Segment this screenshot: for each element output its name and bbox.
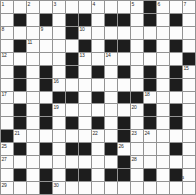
black-cell bbox=[131, 92, 143, 104]
white-cell[interactable] bbox=[27, 156, 39, 168]
white-cell[interactable] bbox=[40, 156, 52, 168]
black-cell bbox=[53, 92, 65, 104]
black-cell bbox=[40, 79, 52, 91]
white-cell[interactable] bbox=[14, 53, 26, 65]
white-cell[interactable] bbox=[105, 27, 117, 39]
white-cell[interactable] bbox=[40, 40, 52, 52]
white-cell[interactable] bbox=[53, 143, 65, 155]
white-cell[interactable] bbox=[170, 53, 182, 65]
white-cell[interactable]: 15 bbox=[183, 66, 195, 78]
white-cell[interactable]: 10 bbox=[79, 27, 91, 39]
black-cell bbox=[170, 40, 182, 52]
clue-number: 7 bbox=[184, 2, 186, 7]
white-cell[interactable]: 27 bbox=[1, 156, 13, 168]
white-cell[interactable]: 26 bbox=[118, 143, 130, 155]
white-cell[interactable] bbox=[40, 1, 52, 13]
white-cell[interactable] bbox=[53, 66, 65, 78]
clue-number: 23 bbox=[132, 131, 137, 136]
crossword-grid: 1234567891011121314151617181920212223242… bbox=[0, 0, 196, 195]
white-cell[interactable] bbox=[118, 104, 130, 116]
white-cell[interactable] bbox=[1, 104, 13, 116]
black-cell bbox=[14, 117, 26, 129]
black-cell bbox=[14, 14, 26, 26]
white-cell[interactable]: 6 bbox=[157, 1, 169, 13]
white-cell[interactable] bbox=[53, 169, 65, 181]
white-cell[interactable] bbox=[170, 27, 182, 39]
clue-number: 26 bbox=[119, 144, 124, 149]
white-cell[interactable] bbox=[27, 169, 39, 181]
white-cell[interactable]: 28 bbox=[131, 156, 143, 168]
white-cell[interactable] bbox=[131, 40, 143, 52]
white-cell[interactable] bbox=[157, 143, 169, 155]
white-cell[interactable] bbox=[170, 1, 182, 13]
white-cell[interactable] bbox=[183, 27, 195, 39]
white-cell[interactable]: 8 bbox=[1, 27, 13, 39]
black-cell bbox=[40, 143, 52, 155]
white-cell[interactable] bbox=[131, 169, 143, 181]
white-cell[interactable] bbox=[183, 169, 195, 181]
clue-number: 8 bbox=[2, 27, 4, 32]
white-cell[interactable] bbox=[157, 79, 169, 91]
white-cell[interactable]: 14 bbox=[105, 53, 117, 65]
black-cell bbox=[1, 130, 13, 142]
white-cell[interactable] bbox=[66, 104, 78, 116]
black-cell bbox=[66, 92, 78, 104]
crossword-page: 1234567891011121314151617181920212223242… bbox=[0, 0, 196, 195]
white-cell[interactable] bbox=[183, 104, 195, 116]
white-cell[interactable] bbox=[79, 1, 91, 13]
white-cell[interactable]: 23 bbox=[131, 130, 143, 142]
white-cell[interactable] bbox=[183, 143, 195, 155]
clue-number: 13 bbox=[80, 53, 85, 58]
white-cell[interactable] bbox=[131, 14, 143, 26]
white-cell[interactable] bbox=[14, 156, 26, 168]
black-cell bbox=[66, 169, 78, 181]
white-cell[interactable] bbox=[157, 169, 169, 181]
white-cell[interactable]: 25 bbox=[1, 143, 13, 155]
clue-number: 22 bbox=[93, 131, 98, 136]
black-cell bbox=[183, 53, 195, 65]
white-cell[interactable] bbox=[1, 40, 13, 52]
black-cell bbox=[14, 143, 26, 155]
white-cell[interactable] bbox=[144, 182, 156, 194]
white-cell[interactable] bbox=[157, 40, 169, 52]
black-cell bbox=[118, 92, 130, 104]
white-cell[interactable] bbox=[170, 182, 182, 194]
clue-number: 16 bbox=[54, 79, 59, 84]
white-cell[interactable]: 18 bbox=[144, 92, 156, 104]
white-cell[interactable] bbox=[157, 130, 169, 142]
black-cell bbox=[144, 169, 156, 181]
white-cell[interactable] bbox=[79, 92, 91, 104]
white-cell[interactable] bbox=[40, 130, 52, 142]
clue-number: 6 bbox=[158, 2, 160, 7]
white-cell[interactable]: 30 bbox=[53, 182, 65, 194]
white-cell[interactable] bbox=[131, 53, 143, 65]
white-cell[interactable] bbox=[66, 79, 78, 91]
white-cell[interactable] bbox=[131, 79, 143, 91]
black-cell bbox=[66, 14, 78, 26]
white-cell[interactable] bbox=[79, 156, 91, 168]
black-cell bbox=[79, 169, 91, 181]
white-cell[interactable] bbox=[92, 40, 104, 52]
white-cell[interactable]: 11 bbox=[27, 40, 39, 52]
clue-number: 11 bbox=[28, 40, 33, 45]
white-cell[interactable] bbox=[53, 130, 65, 142]
white-cell[interactable] bbox=[157, 14, 169, 26]
clue-number: 1 bbox=[2, 2, 4, 7]
clue-number: 12 bbox=[2, 53, 7, 58]
clue-number: 4 bbox=[93, 2, 95, 7]
black-cell bbox=[79, 40, 91, 52]
white-cell[interactable] bbox=[183, 117, 195, 129]
black-cell bbox=[92, 117, 104, 129]
white-cell[interactable] bbox=[118, 79, 130, 91]
white-cell[interactable] bbox=[79, 182, 91, 194]
white-cell[interactable] bbox=[157, 117, 169, 129]
black-cell bbox=[66, 66, 78, 78]
black-cell bbox=[66, 53, 78, 65]
white-cell[interactable]: 20 bbox=[131, 104, 143, 116]
white-cell[interactable] bbox=[27, 143, 39, 155]
clue-number: 18 bbox=[145, 92, 150, 97]
black-cell bbox=[14, 169, 26, 181]
clue-number: 10 bbox=[80, 27, 85, 32]
black-cell bbox=[14, 104, 26, 116]
white-cell[interactable] bbox=[144, 53, 156, 65]
white-cell[interactable] bbox=[157, 182, 169, 194]
white-cell[interactable] bbox=[92, 182, 104, 194]
black-cell bbox=[170, 14, 182, 26]
clue-number: 9 bbox=[41, 27, 43, 32]
black-cell bbox=[170, 79, 182, 91]
white-cell[interactable] bbox=[27, 117, 39, 129]
white-cell[interactable] bbox=[105, 182, 117, 194]
white-cell[interactable] bbox=[1, 66, 13, 78]
black-cell bbox=[66, 117, 78, 129]
white-cell[interactable] bbox=[14, 1, 26, 13]
white-cell[interactable] bbox=[183, 130, 195, 142]
white-cell[interactable] bbox=[105, 79, 117, 91]
white-cell[interactable]: 29 bbox=[1, 182, 13, 194]
white-cell[interactable] bbox=[92, 14, 104, 26]
white-cell[interactable] bbox=[105, 156, 117, 168]
white-cell[interactable] bbox=[27, 130, 39, 142]
white-cell[interactable] bbox=[79, 66, 91, 78]
white-cell[interactable] bbox=[131, 117, 143, 129]
white-cell[interactable] bbox=[170, 130, 182, 142]
white-cell[interactable] bbox=[157, 27, 169, 39]
white-cell[interactable] bbox=[118, 53, 130, 65]
white-cell[interactable] bbox=[27, 104, 39, 116]
clue-number: 29 bbox=[2, 183, 7, 188]
white-cell[interactable] bbox=[157, 66, 169, 78]
clue-number: 14 bbox=[106, 53, 111, 58]
corner-watermark: a bbox=[181, 174, 184, 181]
white-cell[interactable] bbox=[105, 130, 117, 142]
white-cell[interactable]: 9 bbox=[40, 27, 52, 39]
clue-number: 5 bbox=[132, 2, 134, 7]
white-cell[interactable]: 1 bbox=[1, 1, 13, 13]
clue-number: 27 bbox=[2, 157, 7, 162]
white-cell[interactable] bbox=[105, 1, 117, 13]
white-cell[interactable] bbox=[27, 14, 39, 26]
white-cell[interactable] bbox=[131, 182, 143, 194]
white-cell[interactable]: 3 bbox=[53, 1, 65, 13]
clue-number: 3 bbox=[54, 2, 56, 7]
white-cell[interactable] bbox=[157, 156, 169, 168]
white-cell[interactable] bbox=[183, 14, 195, 26]
white-cell[interactable]: 21 bbox=[14, 130, 26, 142]
white-cell[interactable]: 4 bbox=[92, 1, 104, 13]
clue-number: 19 bbox=[54, 105, 59, 110]
white-cell[interactable] bbox=[66, 1, 78, 13]
white-cell[interactable] bbox=[53, 117, 65, 129]
black-cell bbox=[118, 40, 130, 52]
black-cell bbox=[118, 66, 130, 78]
white-cell[interactable] bbox=[27, 66, 39, 78]
white-cell[interactable] bbox=[1, 117, 13, 129]
white-cell[interactable] bbox=[131, 27, 143, 39]
black-cell bbox=[144, 1, 156, 13]
white-cell[interactable]: 5 bbox=[131, 1, 143, 13]
black-cell bbox=[105, 169, 117, 181]
white-cell[interactable] bbox=[183, 92, 195, 104]
white-cell[interactable] bbox=[53, 53, 65, 65]
black-cell bbox=[118, 14, 130, 26]
clue-number: 28 bbox=[132, 157, 137, 162]
white-cell[interactable] bbox=[131, 66, 143, 78]
black-cell bbox=[40, 14, 52, 26]
white-cell[interactable] bbox=[157, 53, 169, 65]
white-cell[interactable] bbox=[131, 143, 143, 155]
black-cell bbox=[118, 156, 130, 168]
white-cell[interactable]: 22 bbox=[92, 130, 104, 142]
white-cell[interactable] bbox=[66, 182, 78, 194]
clue-number: 30 bbox=[54, 183, 59, 188]
white-cell[interactable] bbox=[183, 40, 195, 52]
black-cell bbox=[118, 117, 130, 129]
black-cell bbox=[144, 66, 156, 78]
white-cell[interactable]: 2 bbox=[27, 1, 39, 13]
clue-number: 21 bbox=[15, 131, 20, 136]
black-cell bbox=[144, 79, 156, 91]
clue-number: 2 bbox=[28, 2, 30, 7]
white-cell[interactable] bbox=[27, 53, 39, 65]
white-cell[interactable] bbox=[118, 1, 130, 13]
black-cell bbox=[170, 117, 182, 129]
white-cell[interactable] bbox=[105, 117, 117, 129]
white-cell[interactable] bbox=[183, 79, 195, 91]
black-cell bbox=[105, 14, 117, 26]
white-cell[interactable] bbox=[27, 92, 39, 104]
white-cell[interactable] bbox=[144, 143, 156, 155]
white-cell[interactable] bbox=[1, 169, 13, 181]
black-cell bbox=[144, 117, 156, 129]
white-cell[interactable]: 13 bbox=[79, 53, 91, 65]
black-cell bbox=[66, 143, 78, 155]
white-cell[interactable] bbox=[105, 66, 117, 78]
black-cell bbox=[40, 182, 52, 194]
white-cell[interactable] bbox=[79, 130, 91, 142]
black-cell bbox=[105, 40, 117, 52]
black-cell bbox=[40, 66, 52, 78]
white-cell[interactable] bbox=[66, 40, 78, 52]
white-cell[interactable] bbox=[53, 27, 65, 39]
white-cell[interactable] bbox=[144, 27, 156, 39]
white-cell[interactable] bbox=[14, 182, 26, 194]
white-cell[interactable] bbox=[27, 27, 39, 39]
black-cell bbox=[92, 92, 104, 104]
white-cell[interactable] bbox=[92, 143, 104, 155]
black-cell bbox=[14, 79, 26, 91]
black-cell bbox=[79, 143, 91, 155]
clue-number: 24 bbox=[145, 131, 150, 136]
black-cell bbox=[105, 143, 117, 155]
white-cell[interactable] bbox=[92, 156, 104, 168]
white-cell[interactable] bbox=[66, 156, 78, 168]
white-cell[interactable] bbox=[157, 92, 169, 104]
white-cell[interactable] bbox=[79, 104, 91, 116]
white-cell[interactable] bbox=[14, 92, 26, 104]
black-cell bbox=[144, 14, 156, 26]
white-cell[interactable] bbox=[92, 169, 104, 181]
black-cell bbox=[118, 130, 130, 142]
white-cell[interactable] bbox=[183, 156, 195, 168]
black-cell bbox=[170, 104, 182, 116]
white-cell[interactable]: 16 bbox=[53, 79, 65, 91]
white-cell[interactable]: 19 bbox=[53, 104, 65, 116]
white-cell[interactable] bbox=[27, 182, 39, 194]
black-cell bbox=[144, 104, 156, 116]
black-cell bbox=[79, 14, 91, 26]
clue-number: 17 bbox=[2, 92, 7, 97]
black-cell bbox=[66, 27, 78, 39]
black-cell bbox=[40, 104, 52, 116]
white-cell[interactable] bbox=[53, 14, 65, 26]
black-cell bbox=[14, 40, 26, 52]
black-cell bbox=[144, 40, 156, 52]
white-cell[interactable] bbox=[118, 27, 130, 39]
white-cell[interactable] bbox=[66, 130, 78, 142]
black-cell bbox=[170, 66, 182, 78]
white-cell[interactable]: 12 bbox=[1, 53, 13, 65]
white-cell[interactable] bbox=[92, 53, 104, 65]
white-cell[interactable] bbox=[27, 79, 39, 91]
white-cell[interactable] bbox=[157, 104, 169, 116]
white-cell[interactable] bbox=[1, 79, 13, 91]
white-cell[interactable]: 17 bbox=[1, 92, 13, 104]
black-cell bbox=[92, 66, 104, 78]
black-cell bbox=[170, 143, 182, 155]
white-cell[interactable] bbox=[1, 14, 13, 26]
white-cell[interactable]: 7 bbox=[183, 1, 195, 13]
white-cell[interactable] bbox=[40, 53, 52, 65]
white-cell[interactable] bbox=[183, 182, 195, 194]
white-cell[interactable] bbox=[53, 40, 65, 52]
white-cell[interactable] bbox=[14, 27, 26, 39]
clue-number: 15 bbox=[184, 66, 189, 71]
white-cell[interactable] bbox=[79, 117, 91, 129]
white-cell[interactable] bbox=[40, 92, 52, 104]
white-cell[interactable] bbox=[144, 156, 156, 168]
white-cell[interactable] bbox=[170, 92, 182, 104]
white-cell[interactable] bbox=[53, 156, 65, 168]
white-cell[interactable] bbox=[105, 92, 117, 104]
white-cell[interactable] bbox=[92, 79, 104, 91]
white-cell[interactable] bbox=[92, 27, 104, 39]
white-cell[interactable] bbox=[170, 156, 182, 168]
black-cell bbox=[40, 169, 52, 181]
black-cell bbox=[14, 66, 26, 78]
clue-number: 25 bbox=[2, 144, 7, 149]
white-cell[interactable] bbox=[79, 79, 91, 91]
clue-number: 20 bbox=[132, 105, 137, 110]
white-cell[interactable] bbox=[92, 104, 104, 116]
black-cell bbox=[118, 169, 130, 181]
white-cell[interactable] bbox=[105, 104, 117, 116]
white-cell[interactable]: 24 bbox=[144, 130, 156, 142]
black-cell bbox=[40, 117, 52, 129]
white-cell[interactable] bbox=[118, 182, 130, 194]
